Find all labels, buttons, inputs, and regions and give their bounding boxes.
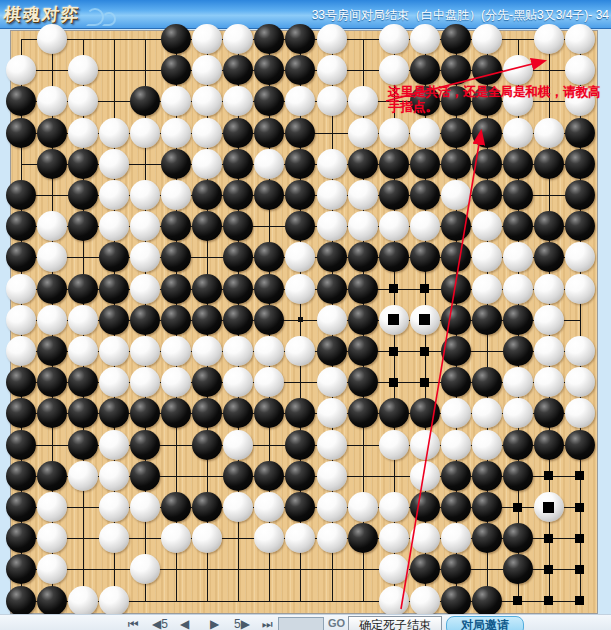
white-stone [503,274,533,304]
white-stone [68,586,98,616]
game-invite-button[interactable]: 对局邀请 [446,616,524,630]
black-stone [285,461,315,491]
black-stone [130,461,160,491]
black-stone [410,180,440,210]
white-stone [379,211,409,241]
white-stone [99,118,129,148]
black-stone [441,305,471,335]
nav-forward-button[interactable]: ▶ [210,617,219,630]
white-stone [348,118,378,148]
white-stone [317,430,347,460]
black-stone [441,55,471,85]
white-stone [6,336,36,366]
black-stone [161,211,191,241]
black-stone [317,336,347,366]
black-stone [285,118,315,148]
black-stone [410,242,440,272]
white-stone [565,274,595,304]
white-stone [534,118,564,148]
white-stone [317,305,347,335]
black-stone [348,523,378,553]
white-stone [317,523,347,553]
white-stone [37,24,67,54]
white-stone [192,118,222,148]
black-stone [441,242,471,272]
white-stone [68,86,98,116]
confirm-dead-stones-button[interactable]: 确定死子结束 [348,616,442,630]
black-stone [161,398,191,428]
black-stone [6,461,36,491]
white-stone [317,149,347,179]
white-stone [37,554,67,584]
white-stone [565,367,595,397]
black-stone [472,586,502,616]
black-stone [6,430,36,460]
black-stone [99,398,129,428]
white-stone [37,305,67,335]
white-stone [254,336,284,366]
white-stone [441,398,471,428]
black-stone [472,367,502,397]
white-stone [68,118,98,148]
territory-marker [420,347,429,356]
black-stone [348,149,378,179]
annotation-text: 这里是共活，还是全局是和棋，请教高 手指点。 [388,85,611,115]
territory-marker [389,284,398,293]
black-stone [223,118,253,148]
territory-marker [575,503,584,512]
black-stone [441,554,471,584]
black-stone [68,367,98,397]
white-stone [317,86,347,116]
black-stone [161,274,191,304]
white-stone [99,586,129,616]
white-stone [348,492,378,522]
black-stone [37,274,67,304]
white-stone [410,118,440,148]
black-stone [565,211,595,241]
black-stone [348,398,378,428]
black-stone [223,398,253,428]
black-stone [503,180,533,210]
white-stone [99,180,129,210]
white-stone [441,430,471,460]
white-stone [379,586,409,616]
black-stone [254,55,284,85]
black-stone [503,523,533,553]
white-stone [37,492,67,522]
black-stone [410,55,440,85]
black-stone [192,274,222,304]
white-stone [534,336,564,366]
black-stone [285,149,315,179]
black-stone [254,86,284,116]
white-stone [161,523,191,553]
black-stone [441,336,471,366]
white-stone [534,24,564,54]
white-stone [130,336,160,366]
white-stone [379,554,409,584]
black-stone [37,149,67,179]
black-stone [223,180,253,210]
bottom-toolbar: ⏮ ◀5 ◀ ▶ 5▶ ⏭ GO 确定死子结束 对局邀请 [0,614,611,630]
black-stone [6,367,36,397]
black-stone [223,149,253,179]
nav-back-button[interactable]: ◀ [180,617,189,630]
white-stone [503,367,533,397]
black-stone [223,461,253,491]
white-stone [441,523,471,553]
territory-marker [389,347,398,356]
white-stone [161,86,191,116]
black-stone [192,492,222,522]
black-stone [348,336,378,366]
white-stone [379,24,409,54]
black-stone [6,398,36,428]
white-stone [99,523,129,553]
black-stone [192,430,222,460]
black-stone [285,492,315,522]
black-stone [254,180,284,210]
black-stone [223,55,253,85]
black-stone [285,55,315,85]
white-stone [99,149,129,179]
white-stone [565,24,595,54]
white-stone [410,586,440,616]
white-stone [192,86,222,116]
black-stone [37,118,67,148]
black-stone [37,336,67,366]
black-stone [6,180,36,210]
black-stone [99,305,129,335]
black-stone [161,305,191,335]
white-stone [285,86,315,116]
black-stone [503,554,533,584]
territory-marker [513,596,522,605]
black-stone [472,305,502,335]
white-stone [472,242,502,272]
black-stone [441,118,471,148]
white-stone [379,523,409,553]
white-stone [68,55,98,85]
black-stone [472,461,502,491]
black-stone [68,180,98,210]
black-stone [130,430,160,460]
white-stone [192,24,222,54]
move-number-dropdown[interactable] [278,617,324,630]
black-stone [254,305,284,335]
white-stone [379,492,409,522]
white-stone [317,55,347,85]
territory-marker [420,378,429,387]
black-stone [68,274,98,304]
black-stone [254,118,284,148]
black-stone [534,242,564,272]
black-stone [254,24,284,54]
black-stone [6,118,36,148]
white-stone [68,461,98,491]
white-stone [161,367,191,397]
black-stone [68,211,98,241]
white-stone [472,211,502,241]
black-stone [503,211,533,241]
white-stone [317,461,347,491]
black-stone [192,180,222,210]
black-stone [534,398,564,428]
black-stone [472,523,502,553]
black-stone [192,211,222,241]
black-stone [348,305,378,335]
black-stone [410,492,440,522]
white-stone [317,367,347,397]
white-stone [130,180,160,210]
white-stone [441,180,471,210]
white-stone [6,305,36,335]
black-stone [503,430,533,460]
black-stone [130,86,160,116]
white-stone [130,118,160,148]
white-stone [130,554,160,584]
black-stone [285,180,315,210]
star-point [298,317,303,322]
black-stone [68,149,98,179]
white-stone [503,118,533,148]
app-logo: 棋魂对弈 [3,3,81,26]
black-stone [503,149,533,179]
nav-last-button[interactable]: ⏭ [262,617,273,630]
black-stone [565,180,595,210]
white-stone [503,55,533,85]
white-stone [161,336,191,366]
black-stone [223,305,253,335]
white-stone [6,274,36,304]
go-board[interactable] [10,30,598,614]
black-stone [472,492,502,522]
territory-marker [513,503,522,512]
white-stone [379,55,409,85]
territory-marker [575,596,584,605]
white-stone [348,86,378,116]
black-stone [379,398,409,428]
black-stone [254,274,284,304]
white-stone [410,24,440,54]
black-stone [6,211,36,241]
grid-line-h [21,569,580,570]
white-stone [254,523,284,553]
white-stone [472,274,502,304]
black-stone [6,242,36,272]
white-stone [410,430,440,460]
black-stone [410,149,440,179]
black-stone [285,398,315,428]
black-stone [534,149,564,179]
go-button[interactable]: GO [328,617,345,629]
black-stone [99,274,129,304]
white-stone [317,180,347,210]
white-stone [6,55,36,85]
white-stone [130,242,160,272]
white-stone [192,149,222,179]
white-stone [99,367,129,397]
black-stone [441,461,471,491]
black-stone [441,492,471,522]
black-stone [503,461,533,491]
black-stone [6,86,36,116]
black-stone [565,118,595,148]
white-stone [348,211,378,241]
black-stone [441,586,471,616]
black-stone [6,554,36,584]
territory-marker [544,534,553,543]
black-stone [348,274,378,304]
black-stone [441,149,471,179]
black-stone [565,430,595,460]
black-stone [285,24,315,54]
black-stone [348,242,378,272]
black-stone [285,211,315,241]
black-stone [254,461,284,491]
black-stone [410,554,440,584]
white-stone [285,336,315,366]
black-stone [317,274,347,304]
black-stone [565,149,595,179]
white-stone [285,523,315,553]
white-stone [37,86,67,116]
dead-stone-marker [419,314,430,325]
white-stone [130,492,160,522]
dead-stone-marker [388,314,399,325]
black-stone [192,398,222,428]
black-stone [192,367,222,397]
white-stone [410,211,440,241]
white-stone [130,211,160,241]
black-stone [503,305,533,335]
territory-marker [544,565,553,574]
black-stone [37,461,67,491]
white-stone [223,336,253,366]
nav-first-button[interactable]: ⏮ [128,617,139,630]
black-stone [99,242,129,272]
white-stone [565,55,595,85]
black-stone [441,367,471,397]
black-stone [472,55,502,85]
nav-forward5-button[interactable]: 5▶ [234,617,250,630]
white-stone [99,430,129,460]
white-stone [410,523,440,553]
white-stone [37,211,67,241]
black-stone [285,430,315,460]
white-stone [130,367,160,397]
black-stone [254,242,284,272]
black-stone [161,492,191,522]
black-stone [441,24,471,54]
black-stone [161,55,191,85]
annotation-line2: 手指点。 [388,100,611,115]
white-stone [472,430,502,460]
territory-marker [575,534,584,543]
black-stone [161,242,191,272]
black-stone [223,274,253,304]
white-stone [254,149,284,179]
black-stone [472,149,502,179]
logo-swirl-icon [102,12,116,26]
black-stone [161,149,191,179]
black-stone [317,242,347,272]
black-stone [472,118,502,148]
black-stone [130,305,160,335]
white-stone [317,24,347,54]
white-stone [317,398,347,428]
white-stone [68,305,98,335]
black-stone [37,398,67,428]
white-stone [503,242,533,272]
white-stone [99,461,129,491]
white-stone [130,274,160,304]
black-stone [6,523,36,553]
territory-marker [575,565,584,574]
white-stone [68,336,98,366]
black-stone [348,367,378,397]
white-stone [254,367,284,397]
window-title: 33号房间对局结束（白中盘胜）(分先-黑贴3又3/4子)- 34 [279,7,609,24]
black-stone [534,211,564,241]
white-stone [565,398,595,428]
black-stone [37,367,67,397]
black-stone [192,305,222,335]
white-stone [379,118,409,148]
black-stone [503,336,533,366]
white-stone [192,336,222,366]
white-stone [223,430,253,460]
black-stone [379,180,409,210]
black-stone [441,211,471,241]
white-stone [223,367,253,397]
white-stone [223,24,253,54]
annotation-line1: 这里是共活，还是全局是和棋，请教高 [388,85,611,100]
black-stone [472,180,502,210]
black-stone [223,242,253,272]
white-stone [99,211,129,241]
nav-back5-button[interactable]: ◀5 [152,617,168,630]
territory-marker [544,596,553,605]
white-stone [472,24,502,54]
white-stone [379,430,409,460]
white-stone [565,242,595,272]
white-stone [192,523,222,553]
white-stone [254,492,284,522]
white-stone [534,305,564,335]
black-stone [379,149,409,179]
territory-marker [389,378,398,387]
territory-marker [420,284,429,293]
black-stone [6,586,36,616]
white-stone [410,461,440,491]
black-stone [161,24,191,54]
white-stone [223,86,253,116]
white-stone [472,398,502,428]
black-stone [6,492,36,522]
black-stone [254,398,284,428]
black-stone [441,274,471,304]
white-stone [99,492,129,522]
black-stone [130,398,160,428]
white-stone [37,242,67,272]
white-stone [503,398,533,428]
territory-marker [575,471,584,480]
white-stone [534,274,564,304]
white-stone [285,274,315,304]
white-stone [565,336,595,366]
